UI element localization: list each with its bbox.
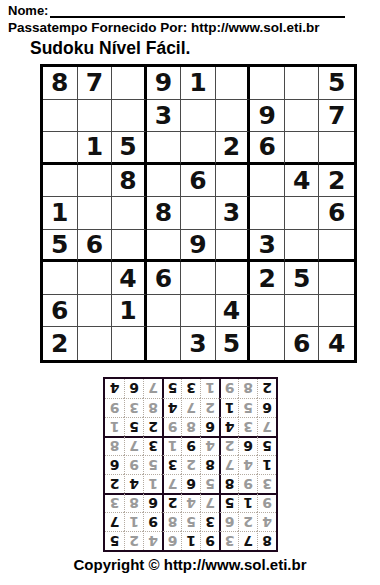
puzzle-cell-r4c5: 6 — [181, 165, 216, 198]
solution-cell-r2c3: 6 — [219, 512, 238, 531]
puzzle-cell-r8c1: 6 — [43, 295, 78, 328]
page-header: Nome: Passatempo Fornecido Por: http://w… — [8, 2, 372, 59]
solution-cell-r5c7: 5 — [143, 455, 162, 474]
solution-cell-r2c1: 4 — [257, 512, 276, 531]
solution-cell-r6c8: 7 — [124, 436, 143, 455]
solution-cell-r3c7: 6 — [143, 493, 162, 512]
solution-cell-r8c4: 2 — [200, 398, 219, 417]
puzzle-cell-r1c5: 1 — [181, 67, 216, 100]
solution-cell-r2c9: 7 — [105, 512, 124, 531]
puzzle-cell-r3c1[interactable] — [43, 132, 78, 165]
puzzle-cell-r1c7[interactable] — [250, 67, 285, 100]
puzzle-cell-r3c8[interactable] — [285, 132, 320, 165]
puzzle-cell-r9c9: 4 — [319, 327, 354, 360]
solution-cell-r9c4: 1 — [200, 379, 219, 398]
puzzle-cell-r9c2[interactable] — [78, 327, 113, 360]
solution-cell-r9c7: 7 — [143, 379, 162, 398]
solution-cell-r2c6: 8 — [162, 512, 181, 531]
puzzle-cell-r1c4: 9 — [147, 67, 182, 100]
puzzle-cell-r6c4[interactable] — [147, 230, 182, 263]
puzzle-cell-r4c7[interactable] — [250, 165, 285, 198]
solution-cell-r9c2: 8 — [238, 379, 257, 398]
puzzle-cell-r8c2[interactable] — [78, 295, 113, 328]
solution-cell-r7c8: 5 — [124, 417, 143, 436]
puzzle-cell-r3c2: 1 — [78, 132, 113, 165]
puzzle-cell-r7c9[interactable] — [319, 262, 354, 295]
solution-cell-r5c3: 7 — [219, 455, 238, 474]
solution-cell-r9c5: 3 — [181, 379, 200, 398]
solution-cell-r6c1: 5 — [257, 436, 276, 455]
puzzle-cell-r3c4[interactable] — [147, 132, 182, 165]
solution-cell-r9c3: 9 — [219, 379, 238, 398]
puzzle-cell-r7c5[interactable] — [181, 262, 216, 295]
solution-cell-r8c7: 8 — [143, 398, 162, 417]
puzzle-cell-r9c6: 5 — [216, 327, 251, 360]
solution-cell-r2c5: 5 — [181, 512, 200, 531]
puzzle-cell-r2c1[interactable] — [43, 100, 78, 133]
solution-cell-r3c9: 3 — [105, 493, 124, 512]
puzzle-cell-r6c6[interactable] — [216, 230, 251, 263]
puzzle-cell-r2c9: 7 — [319, 100, 354, 133]
solution-cell-r4c4: 5 — [200, 474, 219, 493]
puzzle-cell-r1c6[interactable] — [216, 67, 251, 100]
solution-cell-r6c2: 6 — [238, 436, 257, 455]
puzzle-cell-r7c7: 2 — [250, 262, 285, 295]
solution-cell-r7c6: 9 — [162, 417, 181, 436]
puzzle-cell-r2c5[interactable] — [181, 100, 216, 133]
solution-cell-r1c4: 9 — [200, 531, 219, 550]
puzzle-cell-r6c7: 3 — [250, 230, 285, 263]
puzzle-cell-r4c1[interactable] — [43, 165, 78, 198]
solution-cell-r3c1: 9 — [257, 493, 276, 512]
puzzle-cell-r1c9: 5 — [319, 67, 354, 100]
puzzle-cell-r8c8[interactable] — [285, 295, 320, 328]
solution-cell-r2c8: 1 — [124, 512, 143, 531]
puzzle-cell-r5c4: 8 — [147, 197, 182, 230]
puzzle-cell-r8c9[interactable] — [319, 295, 354, 328]
puzzle-cell-r9c8: 6 — [285, 327, 320, 360]
solution-cell-r4c8: 4 — [124, 474, 143, 493]
puzzle-cell-r4c4[interactable] — [147, 165, 182, 198]
solution-cell-r3c6: 2 — [162, 493, 181, 512]
solution-cell-r4c5: 6 — [181, 474, 200, 493]
puzzle-cell-r5c6: 3 — [216, 197, 251, 230]
puzzle-cell-r4c9: 2 — [319, 165, 354, 198]
puzzle-cell-r9c4[interactable] — [147, 327, 182, 360]
page-title: Sudoku Nível Fácil. — [30, 38, 372, 59]
puzzle-cell-r7c8: 5 — [285, 262, 320, 295]
solution-cell-r1c3: 3 — [219, 531, 238, 550]
puzzle-cell-r3c6: 2 — [216, 132, 251, 165]
puzzle-cell-r2c4: 3 — [147, 100, 182, 133]
provider-line: Passatempo Fornecido Por: http://www.sol… — [8, 20, 372, 35]
solution-cell-r6c6: 1 — [162, 436, 181, 455]
puzzle-cell-r9c3[interactable] — [112, 327, 147, 360]
solution-cell-r6c3: 2 — [219, 436, 238, 455]
puzzle-cell-r8c6: 4 — [216, 295, 251, 328]
solution-cell-r8c2: 5 — [238, 398, 257, 417]
solution-cell-r6c9: 8 — [105, 436, 124, 455]
solution-cell-r6c7: 3 — [143, 436, 162, 455]
solution-cell-r8c3: 1 — [219, 398, 238, 417]
puzzle-cell-r1c1: 8 — [43, 67, 78, 100]
puzzle-cell-r6c3[interactable] — [112, 230, 147, 263]
puzzle-cell-r7c6[interactable] — [216, 262, 251, 295]
name-label: Nome: — [8, 3, 48, 18]
puzzle-cell-r8c5[interactable] — [181, 295, 216, 328]
solution-cell-r3c2: 1 — [238, 493, 257, 512]
puzzle-cell-r6c2: 6 — [78, 230, 113, 263]
solution-cell-r6c4: 4 — [200, 436, 219, 455]
puzzle-cell-r3c9[interactable] — [319, 132, 354, 165]
solution-cell-r5c1: 1 — [257, 455, 276, 474]
puzzle-cell-r7c4: 6 — [147, 262, 182, 295]
puzzle-cell-r6c9[interactable] — [319, 230, 354, 263]
solution-cell-r3c3: 5 — [219, 493, 238, 512]
solution-cell-r9c9: 4 — [105, 379, 124, 398]
solution-cell-r8c8: 3 — [124, 398, 143, 417]
puzzle-cell-r1c2: 7 — [78, 67, 113, 100]
puzzle-grid: 879153971526864218365693462561423564 — [40, 64, 357, 363]
puzzle-cell-r8c4[interactable] — [147, 295, 182, 328]
puzzle-cell-r8c3: 1 — [112, 295, 147, 328]
solution-cell-r6c5: 9 — [181, 436, 200, 455]
solution-cell-r8c6: 4 — [162, 398, 181, 417]
puzzle-cell-r5c8[interactable] — [285, 197, 320, 230]
puzzle-cell-r1c3[interactable] — [112, 67, 147, 100]
puzzle-cell-r7c2[interactable] — [78, 262, 113, 295]
puzzle-cell-r2c2[interactable] — [78, 100, 113, 133]
solution-cell-r8c9: 9 — [105, 398, 124, 417]
solution-cell-r4c6: 7 — [162, 474, 181, 493]
puzzle-cell-r5c1: 1 — [43, 197, 78, 230]
solution-cell-r3c8: 8 — [124, 493, 143, 512]
solution-cell-r7c1: 7 — [257, 417, 276, 436]
solution-cell-r3c5: 4 — [181, 493, 200, 512]
solution-cell-r2c2: 2 — [238, 512, 257, 531]
puzzle-cell-r3c3: 5 — [112, 132, 147, 165]
puzzle-cell-r9c5: 3 — [181, 327, 216, 360]
solution-cell-r2c4: 3 — [200, 512, 219, 531]
solution-cell-r4c1: 3 — [257, 474, 276, 493]
name-row: Nome: — [8, 2, 372, 18]
puzzle-cell-r6c5: 9 — [181, 230, 216, 263]
puzzle-cell-r5c5[interactable] — [181, 197, 216, 230]
solution-cell-r1c9: 5 — [105, 531, 124, 550]
puzzle-cell-r5c7[interactable] — [250, 197, 285, 230]
puzzle-cell-r7c1[interactable] — [43, 262, 78, 295]
solution-cell-r5c6: 3 — [162, 455, 181, 474]
solution-cell-r3c4: 7 — [200, 493, 219, 512]
puzzle-cell-r2c8[interactable] — [285, 100, 320, 133]
puzzle-cell-r2c6[interactable] — [216, 100, 251, 133]
solution-grid: 8739164254263589179157426833985671421478… — [103, 377, 278, 552]
solution-cell-r4c7: 1 — [143, 474, 162, 493]
solution-cell-r9c1: 2 — [257, 379, 276, 398]
solution-cell-r5c5: 2 — [181, 455, 200, 474]
solution-cell-r7c7: 2 — [143, 417, 162, 436]
puzzle-cell-r5c2[interactable] — [78, 197, 113, 230]
solution-cell-r1c5: 1 — [181, 531, 200, 550]
solution-cell-r4c9: 2 — [105, 474, 124, 493]
puzzle-cell-r4c2[interactable] — [78, 165, 113, 198]
solution-cell-r4c3: 8 — [219, 474, 238, 493]
solution-cell-r4c2: 9 — [238, 474, 257, 493]
puzzle-cell-r1c8[interactable] — [285, 67, 320, 100]
solution-cell-r9c6: 5 — [162, 379, 181, 398]
puzzle-cell-r3c7: 6 — [250, 132, 285, 165]
solution-cell-r7c9: 1 — [105, 417, 124, 436]
puzzle-cell-r4c3: 8 — [112, 165, 147, 198]
puzzle-cell-r9c1: 2 — [43, 327, 78, 360]
solution-cell-r2c7: 9 — [143, 512, 162, 531]
solution-cell-r5c4: 8 — [200, 455, 219, 474]
solution-cell-r5c2: 4 — [238, 455, 257, 474]
solution-cell-r7c4: 6 — [200, 417, 219, 436]
solution-cell-r8c1: 6 — [257, 398, 276, 417]
solution-cell-r1c2: 7 — [238, 531, 257, 550]
solution-cell-r9c8: 6 — [124, 379, 143, 398]
solution-cell-r5c9: 6 — [105, 455, 124, 474]
solution-cell-r7c5: 8 — [181, 417, 200, 436]
solution-cell-r7c2: 3 — [238, 417, 257, 436]
puzzle-cell-r7c3: 4 — [112, 262, 147, 295]
solution-cell-r1c1: 8 — [257, 531, 276, 550]
puzzle-cell-r4c6[interactable] — [216, 165, 251, 198]
solution-cell-r1c7: 4 — [143, 531, 162, 550]
solution-cell-r8c5: 7 — [181, 398, 200, 417]
solution-cell-r1c8: 2 — [124, 531, 143, 550]
solution-cell-r1c6: 6 — [162, 531, 181, 550]
puzzle-cell-r2c3[interactable] — [112, 100, 147, 133]
puzzle-cell-r5c3[interactable] — [112, 197, 147, 230]
puzzle-cell-r2c7: 9 — [250, 100, 285, 133]
puzzle-cell-r3c5[interactable] — [181, 132, 216, 165]
puzzle-cell-r9c7[interactable] — [250, 327, 285, 360]
solution-cell-r7c3: 4 — [219, 417, 238, 436]
solution-cell-r5c8: 9 — [124, 455, 143, 474]
puzzle-cell-r8c7[interactable] — [250, 295, 285, 328]
puzzle-cell-r5c9: 6 — [319, 197, 354, 230]
puzzle-cell-r6c1: 5 — [43, 230, 78, 263]
puzzle-cell-r4c8: 4 — [285, 165, 320, 198]
puzzle-cell-r6c8[interactable] — [285, 230, 320, 263]
copyright-text: Copyright © http://www.sol.eti.br — [0, 556, 380, 573]
name-blank-line — [50, 2, 345, 18]
